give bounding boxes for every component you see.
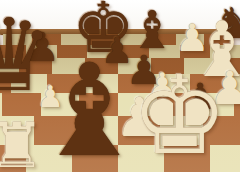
chess-set-photo: ♛♟♚♟♝♟♞♟♝♜♟♟♝♟♟♟♚ (0, 0, 240, 172)
white-rook-piece: ♜ (0, 115, 45, 172)
black-bishop-piece: ♝ (32, 47, 147, 172)
